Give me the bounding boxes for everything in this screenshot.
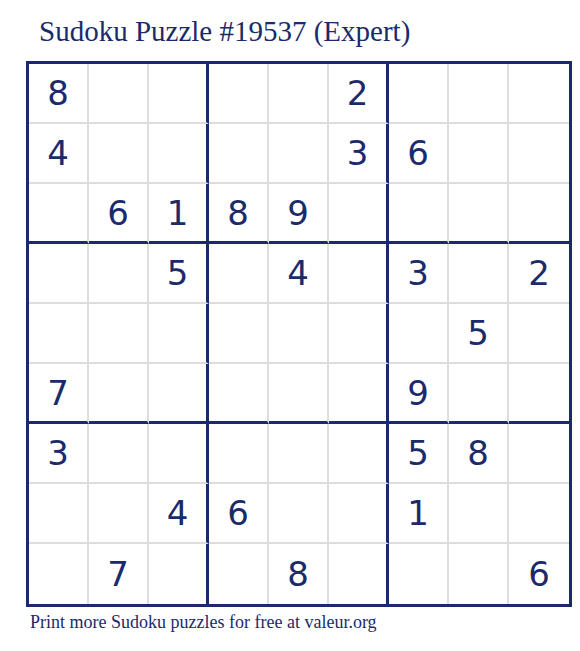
cell-r5c3[interactable] <box>149 304 209 364</box>
cell-r6c9[interactable] <box>509 364 569 424</box>
cell-r9c8[interactable] <box>449 544 509 604</box>
sudoku-board: 8243661895432579358461786 <box>26 61 572 607</box>
cell-r9c9[interactable]: 6 <box>509 544 569 604</box>
cell-r6c4[interactable] <box>209 364 269 424</box>
cell-r8c6[interactable] <box>329 484 389 544</box>
cell-r1c3[interactable] <box>149 64 209 124</box>
cell-r2c9[interactable] <box>509 124 569 184</box>
cell-r9c4[interactable] <box>209 544 269 604</box>
cell-r2c4[interactable] <box>209 124 269 184</box>
cell-r6c5[interactable] <box>269 364 329 424</box>
cell-r3c9[interactable] <box>509 184 569 244</box>
cell-r2c2[interactable] <box>89 124 149 184</box>
cell-r8c7[interactable]: 1 <box>389 484 449 544</box>
footer-text: Print more Sudoku puzzles for free at va… <box>30 612 377 633</box>
cell-r5c7[interactable] <box>389 304 449 364</box>
cell-r4c6[interactable] <box>329 244 389 304</box>
cell-r4c7[interactable]: 3 <box>389 244 449 304</box>
cell-r7c1[interactable]: 3 <box>29 424 89 484</box>
cell-r1c6[interactable]: 2 <box>329 64 389 124</box>
cell-r9c7[interactable] <box>389 544 449 604</box>
cell-r9c6[interactable] <box>329 544 389 604</box>
cell-r6c8[interactable] <box>449 364 509 424</box>
cell-r3c2[interactable]: 6 <box>89 184 149 244</box>
cell-r6c7[interactable]: 9 <box>389 364 449 424</box>
cell-r7c5[interactable] <box>269 424 329 484</box>
cell-r1c8[interactable] <box>449 64 509 124</box>
cell-r6c2[interactable] <box>89 364 149 424</box>
cell-r2c5[interactable] <box>269 124 329 184</box>
page-title: Sudoku Puzzle #19537 (Expert) <box>39 15 410 48</box>
cell-r1c7[interactable] <box>389 64 449 124</box>
cell-r2c1[interactable]: 4 <box>29 124 89 184</box>
cell-r1c9[interactable] <box>509 64 569 124</box>
cell-r7c2[interactable] <box>89 424 149 484</box>
cell-r8c8[interactable] <box>449 484 509 544</box>
cell-r8c2[interactable] <box>89 484 149 544</box>
cell-r5c4[interactable] <box>209 304 269 364</box>
cell-r3c7[interactable] <box>389 184 449 244</box>
cell-r3c8[interactable] <box>449 184 509 244</box>
cell-r2c6[interactable]: 3 <box>329 124 389 184</box>
cell-r3c1[interactable] <box>29 184 89 244</box>
cell-r2c7[interactable]: 6 <box>389 124 449 184</box>
cell-r5c5[interactable] <box>269 304 329 364</box>
cell-r2c8[interactable] <box>449 124 509 184</box>
cell-r4c9[interactable]: 2 <box>509 244 569 304</box>
cell-r7c8[interactable]: 8 <box>449 424 509 484</box>
cell-r8c3[interactable]: 4 <box>149 484 209 544</box>
cell-r7c7[interactable]: 5 <box>389 424 449 484</box>
cell-r5c2[interactable] <box>89 304 149 364</box>
cell-r6c6[interactable] <box>329 364 389 424</box>
cell-r8c4[interactable]: 6 <box>209 484 269 544</box>
cell-r7c4[interactable] <box>209 424 269 484</box>
cell-r7c9[interactable] <box>509 424 569 484</box>
cell-r5c1[interactable] <box>29 304 89 364</box>
cell-r6c3[interactable] <box>149 364 209 424</box>
cell-r4c1[interactable] <box>29 244 89 304</box>
cell-r1c1[interactable]: 8 <box>29 64 89 124</box>
cell-r8c5[interactable] <box>269 484 329 544</box>
cell-r9c2[interactable]: 7 <box>89 544 149 604</box>
cell-r4c2[interactable] <box>89 244 149 304</box>
cell-r7c3[interactable] <box>149 424 209 484</box>
cell-r3c3[interactable]: 1 <box>149 184 209 244</box>
cell-r5c9[interactable] <box>509 304 569 364</box>
cell-r8c9[interactable] <box>509 484 569 544</box>
cell-r4c4[interactable] <box>209 244 269 304</box>
cell-r4c8[interactable] <box>449 244 509 304</box>
cell-r6c1[interactable]: 7 <box>29 364 89 424</box>
cell-r4c5[interactable]: 4 <box>269 244 329 304</box>
cell-r4c3[interactable]: 5 <box>149 244 209 304</box>
cell-r9c5[interactable]: 8 <box>269 544 329 604</box>
cell-r1c5[interactable] <box>269 64 329 124</box>
cell-r9c1[interactable] <box>29 544 89 604</box>
cell-r1c4[interactable] <box>209 64 269 124</box>
cell-r7c6[interactable] <box>329 424 389 484</box>
cell-r5c6[interactable] <box>329 304 389 364</box>
cell-r5c8[interactable]: 5 <box>449 304 509 364</box>
sudoku-page: Sudoku Puzzle #19537 (Expert) 8243661895… <box>0 0 580 651</box>
cell-r1c2[interactable] <box>89 64 149 124</box>
cell-r3c4[interactable]: 8 <box>209 184 269 244</box>
cell-r3c5[interactable]: 9 <box>269 184 329 244</box>
cell-r8c1[interactable] <box>29 484 89 544</box>
cell-r3c6[interactable] <box>329 184 389 244</box>
cell-r9c3[interactable] <box>149 544 209 604</box>
cell-r2c3[interactable] <box>149 124 209 184</box>
